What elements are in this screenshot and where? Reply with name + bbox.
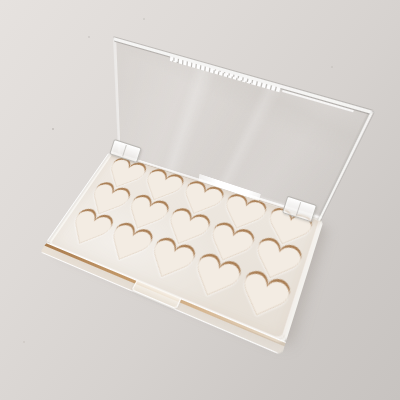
- dust-speck: [52, 128, 54, 130]
- dust-speck: [143, 18, 145, 20]
- photo-empty-heart-palette: ♥♥♥♥♥♥♥♥♥♥♥♥♥♥♥♥♥♥♥♥♥♥♥♥♥♥♥♥♥♥: [0, 0, 400, 400]
- dust-speck: [331, 66, 333, 68]
- dust-speck: [88, 36, 90, 38]
- dust-speck: [23, 341, 25, 343]
